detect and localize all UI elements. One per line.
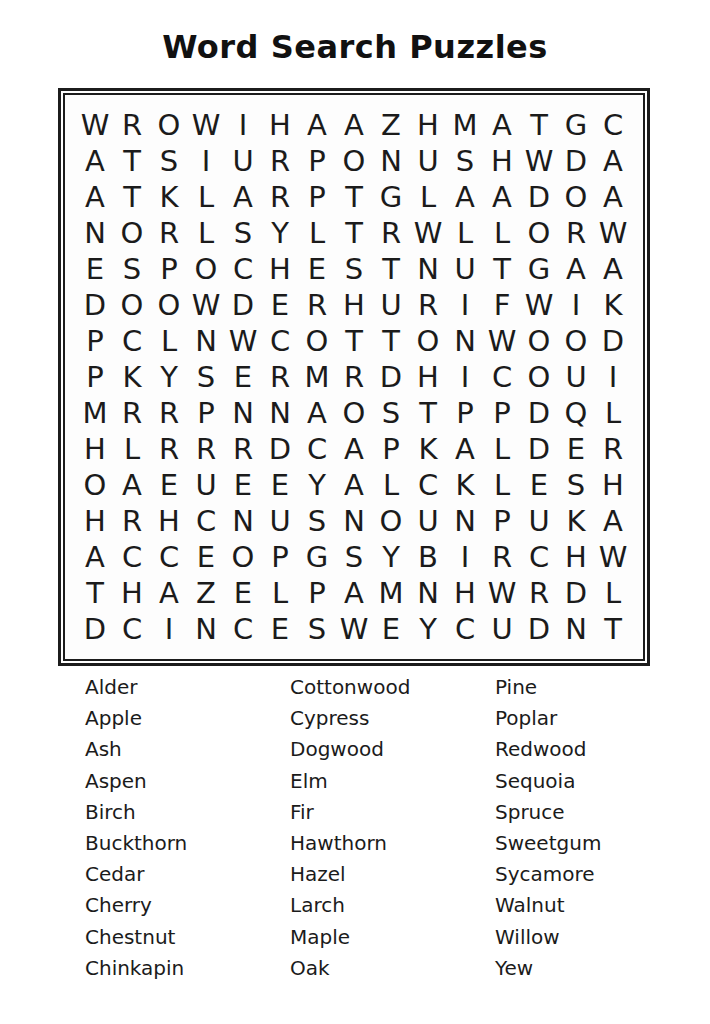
cell-r2c10[interactable]: U [410,143,447,179]
cell-r6c2[interactable]: O [114,287,151,323]
cell-r13c14[interactable]: H [558,539,595,575]
cell-r4c4[interactable]: L [188,215,225,251]
cell-r11c7[interactable]: Y [299,467,336,503]
cell-r9c3[interactable]: R [151,395,188,431]
cell-r3c5[interactable]: A [225,179,262,215]
cell-r10c8[interactable]: A [336,431,373,467]
cell-r2c13[interactable]: W [521,143,558,179]
word-list-item[interactable]: Elm [290,766,495,797]
cell-r15c6[interactable]: E [262,611,299,647]
cell-r6c6[interactable]: E [262,287,299,323]
word-list-item[interactable]: Dogwood [290,734,495,765]
word-list-item[interactable]: Oak [290,953,495,984]
cell-r5c7[interactable]: E [299,251,336,287]
cell-r1c5[interactable]: I [225,107,262,143]
cell-r3c13[interactable]: D [521,179,558,215]
cell-r15c5[interactable]: C [225,611,262,647]
cell-r1c7[interactable]: A [299,107,336,143]
cell-r8c8[interactable]: R [336,359,373,395]
word-list-item[interactable]: Redwood [495,734,710,765]
letter-grid: WROWIHAAZHMATGCATSIURPONUSHWDAATKLARPTGL… [77,107,632,647]
word-list-item[interactable]: Spruce [495,797,710,828]
cell-r11c2[interactable]: A [114,467,151,503]
cell-r2c3[interactable]: S [151,143,188,179]
cell-r7c7[interactable]: O [299,323,336,359]
cell-r1c3[interactable]: O [151,107,188,143]
cell-r11c1[interactable]: O [77,467,114,503]
cell-r11c5[interactable]: E [225,467,262,503]
cell-r4c7[interactable]: L [299,215,336,251]
cell-r1c15[interactable]: C [595,107,632,143]
cell-r13c15[interactable]: W [595,539,632,575]
cell-r6c11[interactable]: I [447,287,484,323]
cell-r7c13[interactable]: O [521,323,558,359]
word-list-item[interactable]: Chinkapin [85,953,290,984]
cell-r15c4[interactable]: N [188,611,225,647]
cell-r10c15[interactable]: R [595,431,632,467]
cell-r5c1[interactable]: E [77,251,114,287]
cell-r10c4[interactable]: R [188,431,225,467]
cell-r9c14[interactable]: Q [558,395,595,431]
cell-r4c2[interactable]: O [114,215,151,251]
cell-r2c14[interactable]: D [558,143,595,179]
cell-r8c15[interactable]: I [595,359,632,395]
cell-r4c9[interactable]: R [373,215,410,251]
cell-r15c3[interactable]: I [151,611,188,647]
cell-r10c10[interactable]: K [410,431,447,467]
cell-r10c3[interactable]: R [151,431,188,467]
cell-r6c10[interactable]: R [410,287,447,323]
cell-r2c5[interactable]: U [225,143,262,179]
cell-r2c7[interactable]: P [299,143,336,179]
cell-r12c9[interactable]: O [373,503,410,539]
word-column-1: AlderAppleAshAspenBirchBuckthornCedarChe… [85,672,290,984]
cell-r3c7[interactable]: P [299,179,336,215]
cell-r3c4[interactable]: L [188,179,225,215]
cell-r11c15[interactable]: H [595,467,632,503]
cell-r6c14[interactable]: I [558,287,595,323]
word-list-item[interactable]: Cherry [85,890,290,921]
cell-r5c12[interactable]: T [484,251,521,287]
word-list-item[interactable]: Cedar [85,859,290,890]
cell-r13c1[interactable]: A [77,539,114,575]
cell-r7c15[interactable]: D [595,323,632,359]
cell-r12c5[interactable]: N [225,503,262,539]
word-list-item[interactable]: Hawthorn [290,828,495,859]
cell-r3c15[interactable]: A [595,179,632,215]
cell-r4c15[interactable]: W [595,215,632,251]
cell-r13c10[interactable]: B [410,539,447,575]
cell-r14c1[interactable]: T [77,575,114,611]
cell-r4c5[interactable]: S [225,215,262,251]
cell-r5c10[interactable]: N [410,251,447,287]
cell-r14c11[interactable]: H [447,575,484,611]
cell-r14c7[interactable]: P [299,575,336,611]
cell-r15c10[interactable]: Y [410,611,447,647]
cell-r12c8[interactable]: N [336,503,373,539]
cell-r9c6[interactable]: N [262,395,299,431]
cell-r12c3[interactable]: H [151,503,188,539]
word-list-item[interactable]: Sycamore [495,859,710,890]
cell-r7c4[interactable]: N [188,323,225,359]
cell-r5c2[interactable]: S [114,251,151,287]
word-column-3: PinePoplarRedwoodSequoiaSpruceSweetgumSy… [495,672,710,984]
cell-r14c14[interactable]: D [558,575,595,611]
cell-r8c3[interactable]: Y [151,359,188,395]
word-list-item[interactable]: Maple [290,922,495,953]
cell-r11c8[interactable]: A [336,467,373,503]
cell-r1c12[interactable]: A [484,107,521,143]
cell-r2c8[interactable]: O [336,143,373,179]
cell-r5c4[interactable]: O [188,251,225,287]
cell-r11c6[interactable]: E [262,467,299,503]
cell-r8c7[interactable]: M [299,359,336,395]
cell-r3c9[interactable]: G [373,179,410,215]
cell-r9c1[interactable]: M [77,395,114,431]
cell-r15c1[interactable]: D [77,611,114,647]
cell-r10c11[interactable]: A [447,431,484,467]
cell-r7c9[interactable]: T [373,323,410,359]
cell-r2c4[interactable]: I [188,143,225,179]
cell-r13c5[interactable]: O [225,539,262,575]
cell-r6c1[interactable]: D [77,287,114,323]
cell-r8c10[interactable]: H [410,359,447,395]
cell-r5c9[interactable]: T [373,251,410,287]
cell-r2c6[interactable]: R [262,143,299,179]
cell-r8c13[interactable]: O [521,359,558,395]
cell-r12c10[interactable]: U [410,503,447,539]
cell-r6c15[interactable]: K [595,287,632,323]
cell-r15c11[interactable]: C [447,611,484,647]
cell-r12c11[interactable]: N [447,503,484,539]
cell-r13c13[interactable]: C [521,539,558,575]
word-list-item[interactable]: Ash [85,734,290,765]
cell-r11c10[interactable]: C [410,467,447,503]
cell-r9c2[interactable]: R [114,395,151,431]
word-list-item[interactable]: Cottonwood [290,672,495,703]
cell-r1c6[interactable]: H [262,107,299,143]
cell-r4c1[interactable]: N [77,215,114,251]
word-list-item[interactable]: Yew [495,953,710,984]
cell-r13c4[interactable]: E [188,539,225,575]
cell-r4c6[interactable]: Y [262,215,299,251]
cell-r2c11[interactable]: S [447,143,484,179]
cell-r10c13[interactable]: D [521,431,558,467]
cell-r5c6[interactable]: H [262,251,299,287]
cell-r12c14[interactable]: K [558,503,595,539]
cell-r8c1[interactable]: P [77,359,114,395]
cell-r14c3[interactable]: A [151,575,188,611]
cell-r12c15[interactable]: A [595,503,632,539]
cell-r8c5[interactable]: E [225,359,262,395]
cell-r15c12[interactable]: U [484,611,521,647]
cell-r5c13[interactable]: G [521,251,558,287]
cell-r11c12[interactable]: L [484,467,521,503]
cell-r1c9[interactable]: Z [373,107,410,143]
cell-r13c3[interactable]: C [151,539,188,575]
word-list-item[interactable]: Fir [290,797,495,828]
word-list: AlderAppleAshAspenBirchBuckthornCedarChe… [85,672,710,984]
cell-r4c8[interactable]: T [336,215,373,251]
cell-r11c4[interactable]: U [188,467,225,503]
cell-r11c13[interactable]: E [521,467,558,503]
cell-r6c13[interactable]: W [521,287,558,323]
word-list-item[interactable]: Cypress [290,703,495,734]
page-title: Word Search Puzzles [0,28,710,66]
cell-r11c14[interactable]: S [558,467,595,503]
cell-r3c8[interactable]: T [336,179,373,215]
cell-r11c9[interactable]: L [373,467,410,503]
cell-r3c12[interactable]: A [484,179,521,215]
cell-r14c4[interactable]: Z [188,575,225,611]
cell-r14c2[interactable]: H [114,575,151,611]
cell-r14c13[interactable]: R [521,575,558,611]
cell-r4c14[interactable]: R [558,215,595,251]
cell-r1c8[interactable]: A [336,107,373,143]
word-list-item[interactable]: Pine [495,672,710,703]
cell-r13c12[interactable]: R [484,539,521,575]
cell-r10c5[interactable]: R [225,431,262,467]
cell-r5c8[interactable]: S [336,251,373,287]
cell-r12c6[interactable]: U [262,503,299,539]
cell-r13c7[interactable]: G [299,539,336,575]
cell-r15c2[interactable]: C [114,611,151,647]
cell-r10c12[interactable]: L [484,431,521,467]
cell-r14c12[interactable]: W [484,575,521,611]
cell-r1c10[interactable]: H [410,107,447,143]
cell-r15c8[interactable]: W [336,611,373,647]
cell-r6c5[interactable]: D [225,287,262,323]
word-list-item[interactable]: Hazel [290,859,495,890]
cell-r7c3[interactable]: L [151,323,188,359]
cell-r13c6[interactable]: P [262,539,299,575]
cell-r5c5[interactable]: C [225,251,262,287]
cell-r6c4[interactable]: W [188,287,225,323]
cell-r9c8[interactable]: O [336,395,373,431]
cell-r8c2[interactable]: K [114,359,151,395]
cell-r5c14[interactable]: A [558,251,595,287]
word-list-item[interactable]: Walnut [495,890,710,921]
cell-r12c7[interactable]: S [299,503,336,539]
cell-r4c10[interactable]: W [410,215,447,251]
word-list-item[interactable]: Apple [85,703,290,734]
cell-r9c4[interactable]: P [188,395,225,431]
cell-r2c12[interactable]: H [484,143,521,179]
cell-r2c15[interactable]: A [595,143,632,179]
cell-r15c14[interactable]: N [558,611,595,647]
word-list-item[interactable]: Chestnut [85,922,290,953]
cell-r3c14[interactable]: O [558,179,595,215]
cell-r2c1[interactable]: A [77,143,114,179]
cell-r7c10[interactable]: O [410,323,447,359]
cell-r14c6[interactable]: L [262,575,299,611]
cell-r12c1[interactable]: H [77,503,114,539]
cell-r8c14[interactable]: U [558,359,595,395]
cell-r12c2[interactable]: R [114,503,151,539]
cell-r10c1[interactable]: H [77,431,114,467]
cell-r1c4[interactable]: W [188,107,225,143]
cell-r2c9[interactable]: N [373,143,410,179]
cell-r1c11[interactable]: M [447,107,484,143]
cell-r15c9[interactable]: E [373,611,410,647]
cell-r9c5[interactable]: N [225,395,262,431]
cell-r4c12[interactable]: L [484,215,521,251]
cell-r12c13[interactable]: U [521,503,558,539]
cell-r3c6[interactable]: R [262,179,299,215]
cell-r13c11[interactable]: I [447,539,484,575]
cell-r7c12[interactable]: W [484,323,521,359]
cell-r1c13[interactable]: T [521,107,558,143]
cell-r3c3[interactable]: K [151,179,188,215]
cell-r10c2[interactable]: L [114,431,151,467]
cell-r3c10[interactable]: L [410,179,447,215]
cell-r5c3[interactable]: P [151,251,188,287]
cell-r12c12[interactable]: P [484,503,521,539]
cell-r3c1[interactable]: A [77,179,114,215]
cell-r9c7[interactable]: A [299,395,336,431]
cell-r7c14[interactable]: O [558,323,595,359]
cell-r6c7[interactable]: R [299,287,336,323]
cell-r8c9[interactable]: D [373,359,410,395]
cell-r8c11[interactable]: I [447,359,484,395]
cell-r1c2[interactable]: R [114,107,151,143]
word-list-item[interactable]: Willow [495,922,710,953]
cell-r9c11[interactable]: P [447,395,484,431]
word-search-board-inner-frame: WROWIHAAZHMATGCATSIURPONUSHWDAATKLARPTGL… [63,93,645,661]
cell-r4c11[interactable]: L [447,215,484,251]
cell-r10c6[interactable]: D [262,431,299,467]
cell-r9c15[interactable]: L [595,395,632,431]
cell-r9c10[interactable]: T [410,395,447,431]
cell-r9c13[interactable]: D [521,395,558,431]
cell-r10c7[interactable]: C [299,431,336,467]
cell-r6c3[interactable]: O [151,287,188,323]
cell-r7c5[interactable]: W [225,323,262,359]
cell-r7c8[interactable]: T [336,323,373,359]
word-search-board-frame: WROWIHAAZHMATGCATSIURPONUSHWDAATKLARPTGL… [58,88,650,666]
cell-r7c2[interactable]: C [114,323,151,359]
cell-r15c15[interactable]: T [595,611,632,647]
cell-r8c6[interactable]: R [262,359,299,395]
cell-r2c2[interactable]: T [114,143,151,179]
cell-r15c7[interactable]: S [299,611,336,647]
cell-r14c8[interactable]: A [336,575,373,611]
cell-r1c14[interactable]: G [558,107,595,143]
cell-r11c3[interactable]: E [151,467,188,503]
cell-r13c2[interactable]: C [114,539,151,575]
cell-r3c11[interactable]: A [447,179,484,215]
cell-r14c5[interactable]: E [225,575,262,611]
cell-r4c3[interactable]: R [151,215,188,251]
word-column-2: CottonwoodCypressDogwoodElmFirHawthornHa… [290,672,495,984]
cell-r7c6[interactable]: C [262,323,299,359]
word-list-item[interactable]: Alder [85,672,290,703]
cell-r9c12[interactable]: P [484,395,521,431]
word-list-item[interactable]: Aspen [85,766,290,797]
cell-r8c12[interactable]: C [484,359,521,395]
cell-r14c15[interactable]: L [595,575,632,611]
cell-r11c11[interactable]: K [447,467,484,503]
cell-r6c12[interactable]: F [484,287,521,323]
word-list-item[interactable]: Sequoia [495,766,710,797]
cell-r8c4[interactable]: S [188,359,225,395]
cell-r7c1[interactable]: P [77,323,114,359]
cell-r15c13[interactable]: D [521,611,558,647]
cell-r14c9[interactable]: M [373,575,410,611]
word-list-item[interactable]: Sweetgum [495,828,710,859]
word-list-item[interactable]: Larch [290,890,495,921]
cell-r4c13[interactable]: O [521,215,558,251]
cell-r13c9[interactable]: Y [373,539,410,575]
cell-r5c15[interactable]: A [595,251,632,287]
cell-r13c8[interactable]: S [336,539,373,575]
word-list-item[interactable]: Poplar [495,703,710,734]
cell-r10c9[interactable]: P [373,431,410,467]
cell-r12c4[interactable]: C [188,503,225,539]
cell-r14c10[interactable]: N [410,575,447,611]
cell-r6c8[interactable]: H [336,287,373,323]
cell-r9c9[interactable]: S [373,395,410,431]
cell-r3c2[interactable]: T [114,179,151,215]
cell-r1c1[interactable]: W [77,107,114,143]
word-list-item[interactable]: Birch [85,797,290,828]
cell-r5c11[interactable]: U [447,251,484,287]
word-list-item[interactable]: Buckthorn [85,828,290,859]
cell-r7c11[interactable]: N [447,323,484,359]
cell-r6c9[interactable]: U [373,287,410,323]
cell-r10c14[interactable]: E [558,431,595,467]
